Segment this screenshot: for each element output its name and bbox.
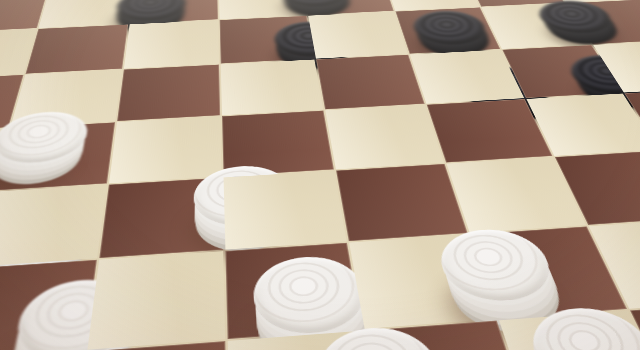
checkerboard xyxy=(0,0,640,350)
dark-board-square xyxy=(336,164,467,241)
light-board-square xyxy=(325,105,444,170)
black-checker-piece xyxy=(408,9,492,46)
light-board-square xyxy=(0,185,107,267)
dark-board-square xyxy=(220,16,315,64)
checkers-photo xyxy=(0,0,640,350)
light-board-square xyxy=(308,12,408,59)
light-board-square xyxy=(224,171,347,250)
light-board-square xyxy=(124,20,219,69)
dark-board-square xyxy=(0,122,115,190)
dark-board-square xyxy=(99,178,223,259)
dark-board-square xyxy=(316,55,425,110)
dark-board-square xyxy=(0,260,97,350)
dark-board-square xyxy=(225,243,362,339)
dark-board-square xyxy=(26,24,128,73)
light-board-square xyxy=(87,251,225,350)
dark-board-square xyxy=(117,65,220,122)
light-board-square xyxy=(109,116,221,183)
light-board-square xyxy=(221,60,324,116)
